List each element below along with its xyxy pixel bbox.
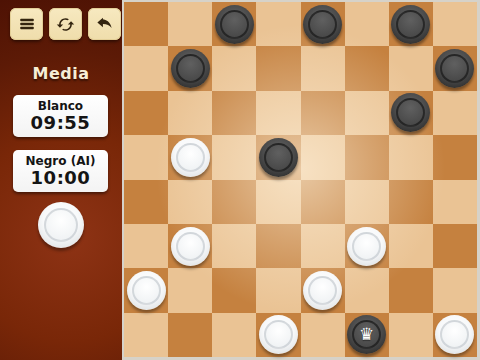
board-square-light — [124, 313, 168, 357]
board-square-light — [212, 135, 256, 179]
board-square-dark[interactable] — [433, 46, 477, 90]
board-square-light — [301, 313, 345, 357]
board-square-dark[interactable] — [345, 135, 389, 179]
board-square-dark[interactable] — [212, 180, 256, 224]
board-square-light — [168, 268, 212, 312]
board-square-dark[interactable] — [168, 224, 212, 268]
board-square-dark[interactable] — [433, 313, 477, 357]
black-checker[interactable] — [391, 93, 430, 132]
board-square-light — [433, 268, 477, 312]
black-checker[interactable] — [391, 5, 430, 44]
board-square-light — [212, 224, 256, 268]
board-square-light — [168, 2, 212, 46]
board-square-dark[interactable] — [389, 91, 433, 135]
sidebar: Media Blanco 09:55 Negro (AI) 10:00 — [0, 0, 122, 360]
board-square-dark[interactable] — [168, 135, 212, 179]
board-square-light — [433, 91, 477, 135]
board-square-dark[interactable] — [168, 46, 212, 90]
black-checker[interactable] — [259, 138, 298, 177]
board-square-dark[interactable] — [301, 180, 345, 224]
turn-indicator-white-checker — [38, 202, 84, 248]
board-square-light — [256, 2, 300, 46]
board-square-light — [345, 268, 389, 312]
black-player-name: Negro (AI) — [13, 154, 108, 168]
black-player-time: 10:00 — [13, 168, 108, 187]
board-square-light — [433, 180, 477, 224]
board-square-light — [124, 224, 168, 268]
board-square-dark[interactable] — [124, 91, 168, 135]
board-square-dark[interactable] — [256, 313, 300, 357]
board-square-dark[interactable] — [301, 91, 345, 135]
board-square-light — [345, 180, 389, 224]
refresh-icon — [56, 15, 75, 34]
board-square-dark[interactable] — [212, 2, 256, 46]
board-square-dark[interactable] — [212, 268, 256, 312]
undo-arrow-icon — [95, 15, 114, 34]
white-checker[interactable] — [171, 138, 210, 177]
board-square-dark[interactable] — [124, 2, 168, 46]
white-checker[interactable] — [435, 315, 474, 354]
board-square-dark[interactable] — [301, 2, 345, 46]
board-square-light — [389, 313, 433, 357]
board-square-dark[interactable] — [168, 313, 212, 357]
board-square-dark[interactable] — [256, 135, 300, 179]
board-square-dark[interactable] — [124, 268, 168, 312]
board-square-light — [345, 2, 389, 46]
black-clock-panel: Negro (AI) 10:00 — [13, 150, 108, 192]
board-square-dark[interactable] — [345, 224, 389, 268]
hamburger-icon — [18, 15, 36, 33]
white-checker[interactable] — [347, 227, 386, 266]
board-square-light — [256, 91, 300, 135]
board-square-light — [433, 2, 477, 46]
undo-button[interactable] — [88, 8, 121, 40]
black-checker[interactable] — [303, 5, 342, 44]
board-square-dark[interactable]: ♛ — [345, 313, 389, 357]
board-square-dark[interactable] — [389, 180, 433, 224]
board-square-dark[interactable] — [301, 268, 345, 312]
board-square-dark[interactable] — [345, 46, 389, 90]
board-square-dark[interactable] — [433, 135, 477, 179]
board-square-light — [301, 46, 345, 90]
restart-button[interactable] — [49, 8, 82, 40]
menu-button[interactable] — [10, 8, 43, 40]
white-player-time: 09:55 — [13, 113, 108, 132]
toolbar — [10, 8, 121, 40]
board-square-light — [345, 91, 389, 135]
white-checker[interactable] — [303, 271, 342, 310]
board-square-light — [256, 180, 300, 224]
board-square-dark[interactable] — [389, 2, 433, 46]
board-square-light — [212, 313, 256, 357]
white-checker[interactable] — [171, 227, 210, 266]
board-square-light — [124, 135, 168, 179]
board-square-dark[interactable] — [124, 180, 168, 224]
black-king-checker[interactable]: ♛ — [347, 315, 386, 354]
black-checker[interactable] — [435, 49, 474, 88]
board-square-light — [168, 91, 212, 135]
board-square-light — [301, 224, 345, 268]
board-square-light — [212, 46, 256, 90]
board-square-dark[interactable] — [256, 224, 300, 268]
white-player-name: Blanco — [13, 99, 108, 113]
board-square-light — [389, 135, 433, 179]
white-clock-panel: Blanco 09:55 — [13, 95, 108, 137]
board-square-dark[interactable] — [433, 224, 477, 268]
board-container: ♛ — [122, 0, 480, 360]
board-square-light — [124, 46, 168, 90]
board-square-light — [301, 135, 345, 179]
board-square-light — [389, 46, 433, 90]
black-checker[interactable] — [171, 49, 210, 88]
turn-indicator — [38, 202, 84, 248]
board-square-light — [389, 224, 433, 268]
board-square-dark[interactable] — [212, 91, 256, 135]
board-square-light — [256, 268, 300, 312]
board-square-dark[interactable] — [389, 268, 433, 312]
board-square-dark[interactable] — [256, 46, 300, 90]
black-checker[interactable] — [215, 5, 254, 44]
board-grid: ♛ — [124, 2, 477, 357]
board-square-light — [168, 180, 212, 224]
white-checker[interactable] — [127, 271, 166, 310]
white-checker[interactable] — [259, 315, 298, 354]
difficulty-label: Media — [0, 64, 122, 83]
king-crown-icon: ♛ — [359, 326, 374, 343]
checkers-app-window: Media Blanco 09:55 Negro (AI) 10:00 ♛ — [0, 0, 480, 360]
